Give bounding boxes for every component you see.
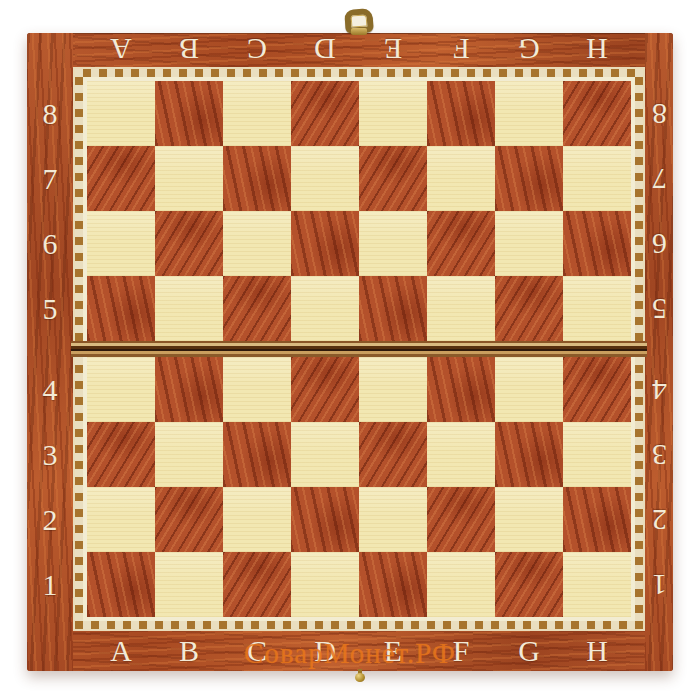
file-label-a: A [87, 631, 155, 671]
rank-labels-right-lower: 4321 [645, 357, 673, 617]
chess-board: ABCDEFGH ABCDEFGH 8765 4321 8765 4321 Со… [27, 33, 673, 671]
square-g1[interactable] [495, 552, 563, 617]
square-h4[interactable] [563, 357, 631, 422]
rank-label-5: 5 [645, 276, 673, 341]
square-e7[interactable] [359, 146, 427, 211]
square-e5[interactable] [359, 276, 427, 341]
square-g8[interactable] [495, 81, 563, 146]
square-e1[interactable] [359, 552, 427, 617]
file-labels-bottom: ABCDEFGH [87, 631, 631, 671]
file-label-e: E [359, 31, 427, 67]
file-label-e: E [359, 631, 427, 671]
rank-label-3: 3 [27, 422, 73, 487]
board-upper-half [73, 67, 645, 341]
file-label-d: D [291, 31, 359, 67]
rank-label-1: 1 [645, 552, 673, 617]
square-h3[interactable] [563, 422, 631, 487]
square-a3[interactable] [87, 422, 155, 487]
file-label-b: B [155, 631, 223, 671]
square-b3[interactable] [155, 422, 223, 487]
square-d2[interactable] [291, 487, 359, 552]
square-a5[interactable] [87, 276, 155, 341]
square-b2[interactable] [155, 487, 223, 552]
square-a7[interactable] [87, 146, 155, 211]
square-c8[interactable] [223, 81, 291, 146]
rank-labels-left-upper: 8765 [27, 81, 73, 341]
rank-labels-left-lower: 4321 [27, 357, 73, 617]
square-c7[interactable] [223, 146, 291, 211]
grid-upper [83, 77, 635, 341]
square-a2[interactable] [87, 487, 155, 552]
square-h2[interactable] [563, 487, 631, 552]
square-f2[interactable] [427, 487, 495, 552]
square-h6[interactable] [563, 211, 631, 276]
file-label-h: H [563, 631, 631, 671]
square-c2[interactable] [223, 487, 291, 552]
square-c4[interactable] [223, 357, 291, 422]
square-h8[interactable] [563, 81, 631, 146]
square-b5[interactable] [155, 276, 223, 341]
square-h1[interactable] [563, 552, 631, 617]
file-label-g: G [495, 631, 563, 671]
square-g4[interactable] [495, 357, 563, 422]
square-c3[interactable] [223, 422, 291, 487]
square-a8[interactable] [87, 81, 155, 146]
square-g7[interactable] [495, 146, 563, 211]
rank-label-5: 5 [27, 276, 73, 341]
square-e4[interactable] [359, 357, 427, 422]
file-label-f: F [427, 631, 495, 671]
square-d4[interactable] [291, 357, 359, 422]
square-c1[interactable] [223, 552, 291, 617]
square-a4[interactable] [87, 357, 155, 422]
file-label-d: D [291, 631, 359, 671]
square-d6[interactable] [291, 211, 359, 276]
square-d1[interactable] [291, 552, 359, 617]
square-g5[interactable] [495, 276, 563, 341]
file-labels-top: ABCDEFGH [87, 31, 631, 67]
square-d8[interactable] [291, 81, 359, 146]
file-label-b: B [155, 31, 223, 67]
square-d7[interactable] [291, 146, 359, 211]
square-b4[interactable] [155, 357, 223, 422]
square-b6[interactable] [155, 211, 223, 276]
square-f3[interactable] [427, 422, 495, 487]
grid-lower [83, 357, 635, 621]
rank-label-6: 6 [645, 211, 673, 276]
square-f4[interactable] [427, 357, 495, 422]
square-f1[interactable] [427, 552, 495, 617]
file-label-c: C [223, 631, 291, 671]
hinge-seam [71, 341, 647, 357]
square-g2[interactable] [495, 487, 563, 552]
file-label-a: A [87, 31, 155, 67]
square-h7[interactable] [563, 146, 631, 211]
square-d3[interactable] [291, 422, 359, 487]
rank-label-4: 4 [27, 357, 73, 422]
square-g3[interactable] [495, 422, 563, 487]
square-g6[interactable] [495, 211, 563, 276]
file-label-c: C [223, 31, 291, 67]
square-a6[interactable] [87, 211, 155, 276]
knob-ball [355, 673, 365, 682]
square-c6[interactable] [223, 211, 291, 276]
square-c5[interactable] [223, 276, 291, 341]
square-e6[interactable] [359, 211, 427, 276]
rank-label-8: 8 [645, 81, 673, 146]
rank-labels-right-upper: 8765 [645, 81, 673, 341]
rank-label-2: 2 [645, 487, 673, 552]
square-f6[interactable] [427, 211, 495, 276]
rank-label-2: 2 [27, 487, 73, 552]
square-e3[interactable] [359, 422, 427, 487]
file-label-g: G [495, 31, 563, 67]
square-b8[interactable] [155, 81, 223, 146]
square-f7[interactable] [427, 146, 495, 211]
rank-label-1: 1 [27, 552, 73, 617]
photo-background: ABCDEFGH ABCDEFGH 8765 4321 8765 4321 Со… [0, 0, 700, 700]
square-e8[interactable] [359, 81, 427, 146]
rank-label-6: 6 [27, 211, 73, 276]
rank-label-3: 3 [645, 422, 673, 487]
file-label-f: F [427, 31, 495, 67]
board-lower-half [73, 357, 645, 631]
rank-label-7: 7 [645, 146, 673, 211]
latch-base [351, 28, 367, 35]
square-f8[interactable] [427, 81, 495, 146]
brass-knob-icon [353, 669, 367, 684]
square-b1[interactable] [155, 552, 223, 617]
square-d5[interactable] [291, 276, 359, 341]
rank-label-7: 7 [27, 146, 73, 211]
square-b7[interactable] [155, 146, 223, 211]
rank-label-4: 4 [645, 357, 673, 422]
square-f5[interactable] [427, 276, 495, 341]
square-a1[interactable] [87, 552, 155, 617]
square-e2[interactable] [359, 487, 427, 552]
square-h5[interactable] [563, 276, 631, 341]
file-label-h: H [563, 31, 631, 67]
rank-label-8: 8 [27, 81, 73, 146]
brass-latch-icon [342, 8, 378, 35]
